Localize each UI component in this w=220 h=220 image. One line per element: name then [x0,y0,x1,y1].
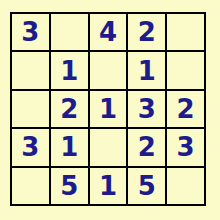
cell-r4c1[interactable]: 3 [12,129,49,165]
cell-r5c3[interactable]: 1 [90,168,127,204]
cell-r3c3[interactable]: 1 [90,91,127,127]
cell-r3c5[interactable]: 2 [167,91,204,127]
cell-r4c5[interactable]: 3 [167,129,204,165]
cell-r4c2[interactable]: 1 [51,129,88,165]
cell-r2c5[interactable] [167,52,204,88]
cell-r2c3[interactable] [90,52,127,88]
cell-r3c4[interactable]: 3 [128,91,165,127]
cell-r2c1[interactable] [12,52,49,88]
cell-r5c2[interactable]: 5 [51,168,88,204]
cell-r2c2[interactable]: 1 [51,52,88,88]
cell-r1c1[interactable]: 3 [12,14,49,50]
cell-r1c2[interactable] [51,14,88,50]
cell-r4c3[interactable] [90,129,127,165]
cell-r3c1[interactable] [12,91,49,127]
cell-r1c4[interactable]: 2 [128,14,165,50]
cell-r5c4[interactable]: 5 [128,168,165,204]
cell-r2c4[interactable]: 1 [128,52,165,88]
cell-r4c4[interactable]: 2 [128,129,165,165]
puzzle-board: 3 4 2 1 1 2 1 3 2 3 1 2 3 5 1 5 [10,12,206,206]
cell-r1c3[interactable]: 4 [90,14,127,50]
cell-r5c1[interactable] [12,168,49,204]
cell-r5c5[interactable] [167,168,204,204]
cell-r1c5[interactable] [167,14,204,50]
puzzle-page: 3 4 2 1 1 2 1 3 2 3 1 2 3 5 1 5 [0,0,220,220]
cell-r3c2[interactable]: 2 [51,91,88,127]
